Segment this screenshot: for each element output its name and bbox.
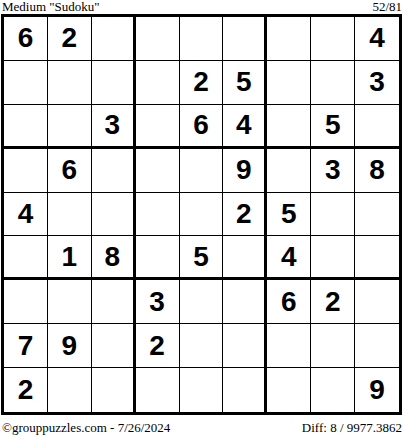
cell-r3c5[interactable]: 6 [180, 105, 224, 149]
cell-r4c9[interactable]: 8 [355, 149, 399, 193]
cell-r4c8[interactable]: 3 [311, 149, 355, 193]
cell-r7c7[interactable]: 6 [267, 280, 311, 324]
cell-r7c8[interactable]: 2 [311, 280, 355, 324]
page-header: Medium "Sudoku" 52/81 [0, 0, 403, 14]
cell-r6c8[interactable] [311, 236, 355, 280]
cell-r2c4[interactable] [136, 61, 180, 105]
cell-r6c3[interactable]: 8 [92, 236, 136, 280]
cell-r7c3[interactable] [92, 280, 136, 324]
cell-r3c9[interactable] [355, 105, 399, 149]
cell-r8c7[interactable] [267, 324, 311, 368]
cell-r3c2[interactable] [48, 105, 92, 149]
cell-r1c1[interactable]: 6 [4, 17, 48, 61]
cell-r4c4[interactable] [136, 149, 180, 193]
cell-r9c9[interactable]: 9 [355, 368, 399, 412]
cell-r8c6[interactable] [223, 324, 267, 368]
cell-r1c6[interactable] [223, 17, 267, 61]
cell-r5c3[interactable] [92, 193, 136, 237]
cell-r4c5[interactable] [180, 149, 224, 193]
cell-r1c3[interactable] [92, 17, 136, 61]
cell-r8c3[interactable] [92, 324, 136, 368]
cell-r2c9[interactable]: 3 [355, 61, 399, 105]
cell-r9c4[interactable] [136, 368, 180, 412]
cell-r4c3[interactable] [92, 149, 136, 193]
cell-r7c2[interactable] [48, 280, 92, 324]
cell-r7c6[interactable] [223, 280, 267, 324]
cell-r9c5[interactable] [180, 368, 224, 412]
cell-r7c9[interactable] [355, 280, 399, 324]
cell-r7c4[interactable]: 3 [136, 280, 180, 324]
cell-r1c5[interactable] [180, 17, 224, 61]
cell-r4c6[interactable]: 9 [223, 149, 267, 193]
cell-r4c7[interactable] [267, 149, 311, 193]
cell-r7c5[interactable] [180, 280, 224, 324]
cell-r6c7[interactable]: 4 [267, 236, 311, 280]
cell-r6c2[interactable]: 1 [48, 236, 92, 280]
sudoku-board: 62425336456938425185436279229 [1, 14, 402, 415]
cell-r9c7[interactable] [267, 368, 311, 412]
cell-r2c2[interactable] [48, 61, 92, 105]
cell-r6c6[interactable] [223, 236, 267, 280]
cell-r3c4[interactable] [136, 105, 180, 149]
cell-r3c8[interactable]: 5 [311, 105, 355, 149]
cell-r8c4[interactable]: 2 [136, 324, 180, 368]
cell-r8c1[interactable]: 7 [4, 324, 48, 368]
cell-r3c6[interactable]: 4 [223, 105, 267, 149]
difficulty-rating-text: Diff: 8 / 9977.3862 [302, 420, 403, 435]
cell-r5c9[interactable] [355, 193, 399, 237]
cell-r5c1[interactable]: 4 [4, 193, 48, 237]
cell-r1c9[interactable]: 4 [355, 17, 399, 61]
cell-r1c2[interactable]: 2 [48, 17, 92, 61]
cell-r1c7[interactable] [267, 17, 311, 61]
puzzle-title: Medium "Sudoku" [0, 0, 100, 13]
cell-r6c4[interactable] [136, 236, 180, 280]
cell-r7c1[interactable] [4, 280, 48, 324]
cell-r8c8[interactable] [311, 324, 355, 368]
cell-r4c2[interactable]: 6 [48, 149, 92, 193]
cell-r3c3[interactable]: 3 [92, 105, 136, 149]
cell-r1c8[interactable] [311, 17, 355, 61]
page-footer: ©grouppuzzles.com - 7/26/2024 Diff: 8 / … [0, 417, 403, 435]
cell-r5c7[interactable]: 5 [267, 193, 311, 237]
cell-r8c2[interactable]: 9 [48, 324, 92, 368]
cell-r5c5[interactable] [180, 193, 224, 237]
cell-r8c9[interactable] [355, 324, 399, 368]
cell-r1c4[interactable] [136, 17, 180, 61]
cell-r4c1[interactable] [4, 149, 48, 193]
cell-r2c6[interactable]: 5 [223, 61, 267, 105]
cell-r6c1[interactable] [4, 236, 48, 280]
cell-r9c2[interactable] [48, 368, 92, 412]
remaining-cells-counter: 52/81 [372, 0, 403, 13]
cell-r5c8[interactable] [311, 193, 355, 237]
cell-r2c5[interactable]: 2 [180, 61, 224, 105]
cell-r5c2[interactable] [48, 193, 92, 237]
cell-r2c7[interactable] [267, 61, 311, 105]
cell-r6c5[interactable]: 5 [180, 236, 224, 280]
cell-r5c4[interactable] [136, 193, 180, 237]
cell-r8c5[interactable] [180, 324, 224, 368]
cell-r9c6[interactable] [223, 368, 267, 412]
cell-r6c9[interactable] [355, 236, 399, 280]
cell-r9c3[interactable] [92, 368, 136, 412]
cell-r2c8[interactable] [311, 61, 355, 105]
cell-r2c1[interactable] [4, 61, 48, 105]
cell-r3c7[interactable] [267, 105, 311, 149]
cell-r9c1[interactable]: 2 [4, 368, 48, 412]
cell-r5c6[interactable]: 2 [223, 193, 267, 237]
cell-r2c3[interactable] [92, 61, 136, 105]
copyright-date-text: ©grouppuzzles.com - 7/26/2024 [0, 420, 170, 435]
cell-r3c1[interactable] [4, 105, 48, 149]
cell-r9c8[interactable] [311, 368, 355, 412]
